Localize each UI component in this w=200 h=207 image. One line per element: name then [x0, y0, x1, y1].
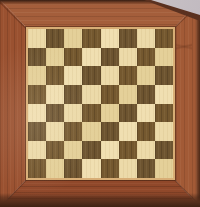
square-a3[interactable] [28, 122, 46, 141]
square-e6[interactable] [101, 66, 119, 85]
square-e2[interactable] [101, 141, 119, 160]
square-f1[interactable] [119, 159, 137, 178]
wood-grain-figure [176, 30, 192, 64]
square-c5[interactable] [64, 85, 82, 104]
chessboard [28, 29, 173, 178]
square-e7[interactable] [101, 48, 119, 67]
photo-scene [0, 0, 200, 207]
square-f8[interactable] [119, 29, 137, 48]
square-f2[interactable] [119, 141, 137, 160]
square-f6[interactable] [119, 66, 137, 85]
square-d4[interactable] [82, 104, 100, 123]
square-c2[interactable] [64, 141, 82, 160]
square-d1[interactable] [82, 159, 100, 178]
square-f7[interactable] [119, 48, 137, 67]
square-g7[interactable] [137, 48, 155, 67]
square-g6[interactable] [137, 66, 155, 85]
square-h4[interactable] [155, 104, 173, 123]
square-b8[interactable] [46, 29, 64, 48]
square-a8[interactable] [28, 29, 46, 48]
square-c7[interactable] [64, 48, 82, 67]
square-b6[interactable] [46, 66, 64, 85]
square-b1[interactable] [46, 159, 64, 178]
square-a6[interactable] [28, 66, 46, 85]
square-h1[interactable] [155, 159, 173, 178]
square-d8[interactable] [82, 29, 100, 48]
square-h8[interactable] [155, 29, 173, 48]
square-g8[interactable] [137, 29, 155, 48]
square-f4[interactable] [119, 104, 137, 123]
square-d3[interactable] [82, 122, 100, 141]
square-b7[interactable] [46, 48, 64, 67]
square-e1[interactable] [101, 159, 119, 178]
square-h3[interactable] [155, 122, 173, 141]
square-d7[interactable] [82, 48, 100, 67]
square-a2[interactable] [28, 141, 46, 160]
square-h7[interactable] [155, 48, 173, 67]
square-e8[interactable] [101, 29, 119, 48]
square-g3[interactable] [137, 122, 155, 141]
square-b5[interactable] [46, 85, 64, 104]
board-right-edge [195, 8, 200, 207]
square-b4[interactable] [46, 104, 64, 123]
square-h6[interactable] [155, 66, 173, 85]
square-e4[interactable] [101, 104, 119, 123]
square-g2[interactable] [137, 141, 155, 160]
square-a5[interactable] [28, 85, 46, 104]
square-d5[interactable] [82, 85, 100, 104]
square-d6[interactable] [82, 66, 100, 85]
square-f3[interactable] [119, 122, 137, 141]
square-c1[interactable] [64, 159, 82, 178]
square-a1[interactable] [28, 159, 46, 178]
board-bottom-edge [0, 193, 200, 207]
square-c8[interactable] [64, 29, 82, 48]
square-f5[interactable] [119, 85, 137, 104]
square-e3[interactable] [101, 122, 119, 141]
square-c3[interactable] [64, 122, 82, 141]
square-b2[interactable] [46, 141, 64, 160]
square-g4[interactable] [137, 104, 155, 123]
square-e5[interactable] [101, 85, 119, 104]
square-b3[interactable] [46, 122, 64, 141]
square-h5[interactable] [155, 85, 173, 104]
square-d2[interactable] [82, 141, 100, 160]
square-c4[interactable] [64, 104, 82, 123]
square-h2[interactable] [155, 141, 173, 160]
square-g1[interactable] [137, 159, 155, 178]
square-g5[interactable] [137, 85, 155, 104]
square-a4[interactable] [28, 104, 46, 123]
square-a7[interactable] [28, 48, 46, 67]
square-c6[interactable] [64, 66, 82, 85]
